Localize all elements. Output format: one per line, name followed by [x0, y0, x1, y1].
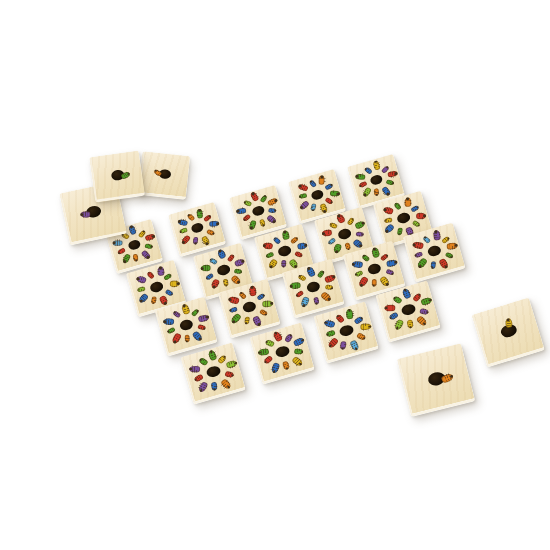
purple-bug-icon	[135, 276, 147, 285]
red-bug-icon	[335, 314, 345, 323]
purple-bug-icon	[420, 308, 430, 315]
blue-bug-icon	[387, 259, 398, 267]
hole-dot	[149, 280, 164, 293]
red-bug-icon	[197, 324, 207, 331]
hole-dot	[396, 211, 411, 224]
green-bug-icon	[230, 313, 242, 325]
blue-bug-icon	[177, 218, 188, 226]
red-bug-icon	[146, 271, 155, 280]
purple-bug-icon	[193, 237, 199, 244]
orange-bug-icon	[259, 308, 269, 316]
blue-bug-icon	[272, 236, 281, 245]
blue-bug-icon	[352, 238, 364, 249]
orange-bug-icon	[150, 296, 156, 304]
skyblue-bug-icon	[422, 235, 432, 244]
purple-bug-icon	[281, 260, 286, 267]
orange-bug-icon	[405, 198, 412, 208]
blue-bug-icon	[270, 362, 280, 374]
green-bug-icon	[282, 230, 290, 241]
tile-back-1[interactable]	[89, 150, 145, 202]
green-bug-icon	[386, 179, 395, 186]
red-bug-icon	[145, 233, 156, 242]
yellow-bug-icon	[181, 303, 191, 314]
hole-dot	[400, 303, 416, 317]
hole-dot	[369, 174, 384, 187]
blue-bug-icon	[165, 289, 174, 297]
red-bug-icon	[298, 183, 309, 192]
green-bug-icon	[420, 297, 433, 307]
blue-bug-icon	[401, 287, 412, 299]
green-bug-icon	[393, 296, 403, 305]
green-bug-icon	[325, 330, 335, 337]
purple-bug-icon	[198, 314, 210, 323]
green-bug-icon	[207, 349, 217, 361]
orange-bug-icon	[184, 335, 190, 343]
orange-bug-icon	[186, 213, 195, 221]
green-bug-icon	[198, 357, 208, 366]
hole-dot	[427, 244, 443, 258]
purple-bug-icon	[234, 257, 246, 266]
red-bug-icon	[336, 213, 346, 224]
blue-bug-icon	[128, 225, 137, 236]
red-bug-icon	[159, 295, 169, 306]
yellow-bug-icon	[407, 320, 414, 329]
orange-bug-icon	[206, 229, 215, 236]
red-bug-icon	[357, 277, 369, 289]
blue-bug-icon	[211, 382, 217, 391]
purple-bug-icon	[313, 296, 320, 305]
orange-bug-icon	[356, 332, 366, 341]
skyblue-bug-icon	[113, 240, 123, 246]
green-bug-icon	[361, 254, 371, 263]
yellow-bug-icon	[325, 285, 334, 291]
purple-bug-icon	[80, 211, 90, 217]
hole-dot	[190, 222, 205, 235]
lightgreen-bug-icon	[179, 228, 188, 235]
purple-bug-icon	[198, 381, 209, 393]
green-bug-icon	[121, 253, 131, 264]
purple-bug-icon	[284, 333, 293, 343]
purple-bug-icon	[432, 229, 440, 240]
orange-bug-icon	[374, 189, 379, 196]
skyblue-bug-icon	[310, 203, 317, 211]
green-bug-icon	[294, 349, 303, 355]
yellow-bug-icon	[222, 279, 228, 287]
green-bug-icon	[354, 220, 366, 230]
blue-bug-icon	[269, 208, 277, 213]
green-bug-icon	[371, 247, 380, 258]
red-bug-icon	[262, 242, 273, 250]
yellow-bug-icon	[360, 324, 371, 331]
green-bug-icon	[196, 208, 203, 218]
orange-bug-icon	[230, 275, 242, 286]
yellow-bug-icon	[505, 318, 513, 329]
yellow-bug-icon	[291, 356, 304, 368]
red-bug-icon	[180, 234, 191, 245]
orange-bug-icon	[267, 197, 278, 206]
yellow-bug-icon	[267, 258, 278, 269]
tile-r4c2[interactable]	[249, 322, 314, 384]
purple-bug-icon	[140, 250, 151, 261]
orange-bug-icon	[371, 279, 376, 287]
product-photo-stage	[0, 0, 550, 550]
red-bug-icon	[210, 279, 220, 290]
red-bug-icon	[326, 337, 339, 349]
red-bug-icon	[384, 304, 395, 311]
green-bug-icon	[290, 282, 301, 289]
red-bug-icon	[412, 241, 424, 249]
lightgreen-bug-icon	[243, 200, 252, 207]
blue-bug-icon	[351, 261, 362, 269]
red-bug-icon	[324, 273, 336, 283]
blue-bug-icon	[216, 249, 226, 260]
purple-bug-icon	[157, 266, 164, 276]
red-bug-icon	[416, 212, 426, 218]
red-bug-icon	[383, 206, 395, 215]
red-bug-icon	[249, 285, 257, 296]
red-bug-icon	[294, 251, 303, 258]
green-bug-icon	[299, 193, 307, 199]
hole-dot	[179, 318, 195, 332]
yellow-bug-icon	[319, 203, 328, 214]
green-bug-icon	[257, 348, 269, 356]
green-bug-icon	[397, 227, 404, 235]
hole-dot	[205, 365, 221, 379]
skyblue-bug-icon	[208, 257, 217, 265]
red-bug-icon	[322, 230, 333, 237]
lightgreen-bug-icon	[412, 220, 421, 228]
hole-dot	[216, 263, 231, 276]
blue-bug-icon	[323, 320, 336, 329]
green-bug-icon	[444, 252, 454, 260]
red-bug-icon	[272, 330, 284, 342]
hole-dot	[251, 205, 266, 218]
orange-bug-icon	[283, 361, 291, 370]
tile-r4c3[interactable]	[313, 301, 378, 363]
blue-bug-icon	[364, 166, 373, 174]
hole-dot	[367, 262, 383, 276]
blue-bug-icon	[292, 336, 305, 347]
purple-bug-icon	[172, 310, 182, 319]
blue-bug-icon	[430, 261, 436, 269]
blue-bug-icon	[305, 265, 316, 277]
blue-bug-icon	[229, 306, 238, 313]
green-bug-icon	[316, 269, 325, 278]
yellow-bug-icon	[379, 276, 390, 288]
green-bug-icon	[416, 258, 428, 270]
hole-dot	[127, 239, 142, 252]
green-bug-icon	[248, 220, 257, 230]
orange-bug-icon	[441, 373, 454, 384]
hole-dot	[274, 345, 290, 359]
orange-bug-icon	[238, 290, 247, 299]
lightgreen-bug-icon	[393, 319, 404, 331]
green-bug-icon	[332, 243, 342, 254]
red-bug-icon	[225, 371, 235, 378]
blue-bug-icon	[163, 318, 174, 325]
lightgreen-bug-icon	[137, 286, 146, 293]
yellow-bug-icon	[169, 281, 179, 287]
yellow-bug-icon	[201, 235, 211, 246]
red-bug-icon	[117, 247, 126, 255]
green-bug-icon	[234, 268, 243, 274]
purple-bug-icon	[252, 315, 263, 327]
skyblue-bug-icon	[349, 339, 360, 351]
orange-bug-icon	[133, 253, 139, 261]
yellow-bug-icon	[384, 217, 393, 223]
blue-bug-icon	[384, 223, 396, 234]
green-bug-icon	[346, 309, 354, 320]
hole-dot	[277, 244, 292, 257]
green-bug-icon	[355, 173, 365, 180]
orange-bug-icon	[344, 242, 351, 250]
blue-bug-icon	[411, 205, 420, 213]
orange-bug-icon	[220, 378, 232, 390]
tile-r4c1[interactable]	[180, 342, 245, 404]
yellow-bug-icon	[297, 274, 307, 282]
lightgreen-bug-icon	[265, 340, 275, 348]
hole-dot	[338, 324, 354, 338]
red-bug-icon	[249, 191, 259, 202]
tile-back-4[interactable]	[471, 298, 544, 368]
blue-bug-icon	[209, 221, 219, 228]
purple-bug-icon	[266, 214, 277, 224]
green-bug-icon	[330, 190, 340, 196]
green-bug-icon	[265, 251, 274, 258]
orange-bug-icon	[319, 176, 326, 185]
blue-bug-icon	[296, 242, 307, 250]
red-bug-icon	[438, 258, 449, 270]
tile-back-5[interactable]	[397, 343, 476, 417]
lightgreen-bug-icon	[361, 187, 371, 198]
tile-back-2[interactable]	[138, 151, 190, 200]
blue-bug-icon	[256, 292, 266, 301]
blue-bug-icon	[236, 207, 246, 214]
blue-bug-icon	[137, 293, 149, 304]
orange-bug-icon	[447, 242, 458, 250]
yellow-bug-icon	[329, 222, 338, 230]
red-bug-icon	[387, 170, 398, 178]
purple-bug-icon	[340, 341, 347, 350]
lightgreen-bug-icon	[263, 300, 274, 307]
green-bug-icon	[394, 202, 403, 211]
orange-bug-icon	[415, 315, 428, 327]
blue-bug-icon	[308, 179, 316, 187]
yellow-bug-icon	[372, 160, 381, 170]
yellow-bug-icon	[259, 219, 266, 227]
yellow-bug-icon	[244, 317, 250, 325]
blue-bug-icon	[381, 186, 392, 197]
blue-bug-icon	[325, 182, 334, 190]
red-bug-icon	[325, 197, 334, 205]
hole-dot	[306, 280, 322, 294]
hole-dot	[310, 189, 325, 202]
red-bug-icon	[227, 296, 239, 305]
orange-bug-icon	[321, 291, 333, 302]
green-bug-icon	[144, 243, 153, 249]
purple-bug-icon	[385, 269, 395, 277]
hole-dot	[242, 300, 258, 314]
green-bug-icon	[201, 265, 211, 272]
red-bug-icon	[171, 333, 182, 345]
hole-dot	[337, 227, 352, 240]
purple-bug-icon	[355, 231, 364, 237]
skyblue-bug-icon	[300, 296, 310, 307]
purple-bug-icon	[298, 200, 309, 211]
blue-bug-icon	[192, 331, 204, 343]
purple-bug-icon	[189, 366, 200, 373]
lightgreen-bug-icon	[225, 360, 237, 369]
